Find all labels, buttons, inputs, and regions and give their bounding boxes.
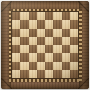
square-r2c3 (37, 29, 45, 37)
square-r6c5 (53, 62, 61, 70)
square-r5c6 (62, 53, 70, 61)
square-r2c4 (45, 29, 53, 37)
chess-board-photo (0, 0, 90, 90)
square-r6c2 (29, 62, 37, 70)
frame-miter-bottom-left (1, 78, 12, 89)
square-r4c3 (37, 45, 45, 53)
carved-dentil-band-bottom (9, 79, 81, 82)
square-r1c6 (62, 20, 70, 28)
square-r2c1 (20, 29, 28, 37)
square-r0c6 (62, 12, 70, 20)
square-r4c2 (29, 45, 37, 53)
chess-board (1, 1, 89, 89)
square-r1c3 (37, 20, 45, 28)
square-r0c7 (70, 12, 78, 20)
frame-miter-top-right (78, 1, 89, 12)
square-r7c0 (12, 70, 20, 78)
square-r3c5 (53, 37, 61, 45)
square-r5c2 (29, 53, 37, 61)
square-r7c1 (20, 70, 28, 78)
square-r4c6 (62, 45, 70, 53)
square-r6c1 (20, 62, 28, 70)
square-r4c4 (45, 45, 53, 53)
square-r3c6 (62, 37, 70, 45)
board-inner-border (11, 11, 79, 79)
square-r5c0 (12, 53, 20, 61)
square-r3c2 (29, 37, 37, 45)
square-r7c5 (53, 70, 61, 78)
square-r0c4 (45, 12, 53, 20)
square-r1c5 (53, 20, 61, 28)
square-r3c1 (20, 37, 28, 45)
square-r1c2 (29, 20, 37, 28)
square-r5c3 (37, 53, 45, 61)
square-r2c6 (62, 29, 70, 37)
square-r6c4 (45, 62, 53, 70)
square-r7c2 (29, 70, 37, 78)
square-r2c7 (70, 29, 78, 37)
square-r0c3 (37, 12, 45, 20)
square-r4c7 (70, 45, 78, 53)
square-r2c5 (53, 29, 61, 37)
square-r4c0 (12, 45, 20, 53)
square-r5c5 (53, 53, 61, 61)
square-r5c7 (70, 53, 78, 61)
square-r7c6 (62, 70, 70, 78)
frame-miter-bottom-right (78, 78, 89, 89)
square-r0c2 (29, 12, 37, 20)
square-r0c1 (20, 12, 28, 20)
square-r4c5 (53, 45, 61, 53)
square-r2c0 (12, 29, 20, 37)
square-r6c0 (12, 62, 20, 70)
board-squares (12, 12, 78, 78)
square-r0c0 (12, 12, 20, 20)
square-r6c3 (37, 62, 45, 70)
square-r1c0 (12, 20, 20, 28)
square-r3c0 (12, 37, 20, 45)
square-r3c7 (70, 37, 78, 45)
square-r4c1 (20, 45, 28, 53)
square-r5c4 (45, 53, 53, 61)
square-r6c7 (70, 62, 78, 70)
square-r6c6 (62, 62, 70, 70)
square-r7c3 (37, 70, 45, 78)
square-r5c1 (20, 53, 28, 61)
square-r1c4 (45, 20, 53, 28)
square-r7c4 (45, 70, 53, 78)
square-r3c3 (37, 37, 45, 45)
square-r7c7 (70, 70, 78, 78)
square-r2c2 (29, 29, 37, 37)
square-r3c4 (45, 37, 53, 45)
carved-dentil-band-right (79, 9, 82, 81)
square-r0c5 (53, 12, 61, 20)
square-r1c1 (20, 20, 28, 28)
square-r1c7 (70, 20, 78, 28)
